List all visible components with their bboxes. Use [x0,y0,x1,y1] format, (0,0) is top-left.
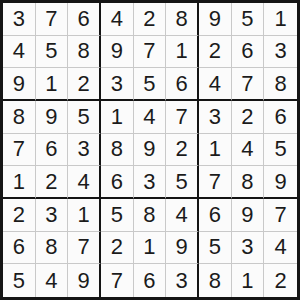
cell-r6c5[interactable]: 3 [134,166,167,199]
cell-r2c2[interactable]: 5 [36,36,69,69]
cell-r5c4[interactable]: 8 [101,134,134,167]
cell-r7c3[interactable]: 1 [68,199,101,232]
cell-r9c3[interactable]: 9 [68,264,101,297]
cell-r7c1[interactable]: 2 [3,199,36,232]
cell-r9c7[interactable]: 8 [199,264,232,297]
cell-r1c5[interactable]: 2 [134,3,167,36]
cell-r2c6[interactable]: 1 [166,36,199,69]
cell-r6c4[interactable]: 6 [101,166,134,199]
cell-r9c9[interactable]: 2 [264,264,297,297]
cell-r3c5[interactable]: 5 [134,68,167,101]
cell-r4c4[interactable]: 1 [101,101,134,134]
cell-r1c3[interactable]: 6 [68,3,101,36]
cell-r2c9[interactable]: 3 [264,36,297,69]
cell-r1c1[interactable]: 3 [3,3,36,36]
cell-r8c5[interactable]: 1 [134,232,167,265]
cell-r1c8[interactable]: 5 [232,3,265,36]
cell-r6c7[interactable]: 7 [199,166,232,199]
cell-r9c4[interactable]: 7 [101,264,134,297]
cell-r2c5[interactable]: 7 [134,36,167,69]
cell-r9c2[interactable]: 4 [36,264,69,297]
cell-r7c4[interactable]: 5 [101,199,134,232]
cell-r4c6[interactable]: 7 [166,101,199,134]
cell-r3c7[interactable]: 4 [199,68,232,101]
cell-r5c7[interactable]: 1 [199,134,232,167]
cell-r7c8[interactable]: 9 [232,199,265,232]
cell-r6c9[interactable]: 9 [264,166,297,199]
cell-r6c3[interactable]: 4 [68,166,101,199]
cell-r4c7[interactable]: 3 [199,101,232,134]
cell-r4c1[interactable]: 8 [3,101,36,134]
cell-r5c2[interactable]: 6 [36,134,69,167]
cell-r5c6[interactable]: 2 [166,134,199,167]
cell-r3c4[interactable]: 3 [101,68,134,101]
cell-r3c1[interactable]: 9 [3,68,36,101]
cell-r7c6[interactable]: 4 [166,199,199,232]
cell-r3c2[interactable]: 1 [36,68,69,101]
cell-r4c2[interactable]: 9 [36,101,69,134]
sudoku-board: 3764289514589712639123564788951473267638… [0,0,300,300]
cell-r6c1[interactable]: 1 [3,166,36,199]
cell-r4c3[interactable]: 5 [68,101,101,134]
cell-r7c5[interactable]: 8 [134,199,167,232]
cell-r7c7[interactable]: 6 [199,199,232,232]
cell-r9c6[interactable]: 3 [166,264,199,297]
cell-r3c9[interactable]: 8 [264,68,297,101]
cell-r1c4[interactable]: 4 [101,3,134,36]
cell-r2c8[interactable]: 6 [232,36,265,69]
cell-r2c3[interactable]: 8 [68,36,101,69]
cell-r8c3[interactable]: 7 [68,232,101,265]
cell-r6c6[interactable]: 5 [166,166,199,199]
cell-r1c7[interactable]: 9 [199,3,232,36]
cell-r5c5[interactable]: 9 [134,134,167,167]
cell-r1c9[interactable]: 1 [264,3,297,36]
cell-r3c6[interactable]: 6 [166,68,199,101]
cell-r8c8[interactable]: 3 [232,232,265,265]
cell-r9c1[interactable]: 5 [3,264,36,297]
cell-r2c4[interactable]: 9 [101,36,134,69]
cell-r8c7[interactable]: 5 [199,232,232,265]
cell-r4c5[interactable]: 4 [134,101,167,134]
cell-r5c3[interactable]: 3 [68,134,101,167]
cell-r3c8[interactable]: 7 [232,68,265,101]
cell-r5c8[interactable]: 4 [232,134,265,167]
cell-r6c2[interactable]: 2 [36,166,69,199]
cell-r3c3[interactable]: 2 [68,68,101,101]
cell-r7c9[interactable]: 7 [264,199,297,232]
cell-r6c8[interactable]: 8 [232,166,265,199]
cell-r8c4[interactable]: 2 [101,232,134,265]
cell-r2c7[interactable]: 2 [199,36,232,69]
cell-r9c5[interactable]: 6 [134,264,167,297]
cell-r1c2[interactable]: 7 [36,3,69,36]
cell-r8c6[interactable]: 9 [166,232,199,265]
cell-r5c1[interactable]: 7 [3,134,36,167]
cell-r8c9[interactable]: 4 [264,232,297,265]
cell-r4c8[interactable]: 2 [232,101,265,134]
cell-r7c2[interactable]: 3 [36,199,69,232]
cell-r2c1[interactable]: 4 [3,36,36,69]
cell-r4c9[interactable]: 6 [264,101,297,134]
cell-r8c2[interactable]: 8 [36,232,69,265]
cell-r9c8[interactable]: 1 [232,264,265,297]
sudoku-page: 3764289514589712639123564788951473267638… [0,0,300,300]
cell-r8c1[interactable]: 6 [3,232,36,265]
cell-r1c6[interactable]: 8 [166,3,199,36]
cell-r5c9[interactable]: 5 [264,134,297,167]
